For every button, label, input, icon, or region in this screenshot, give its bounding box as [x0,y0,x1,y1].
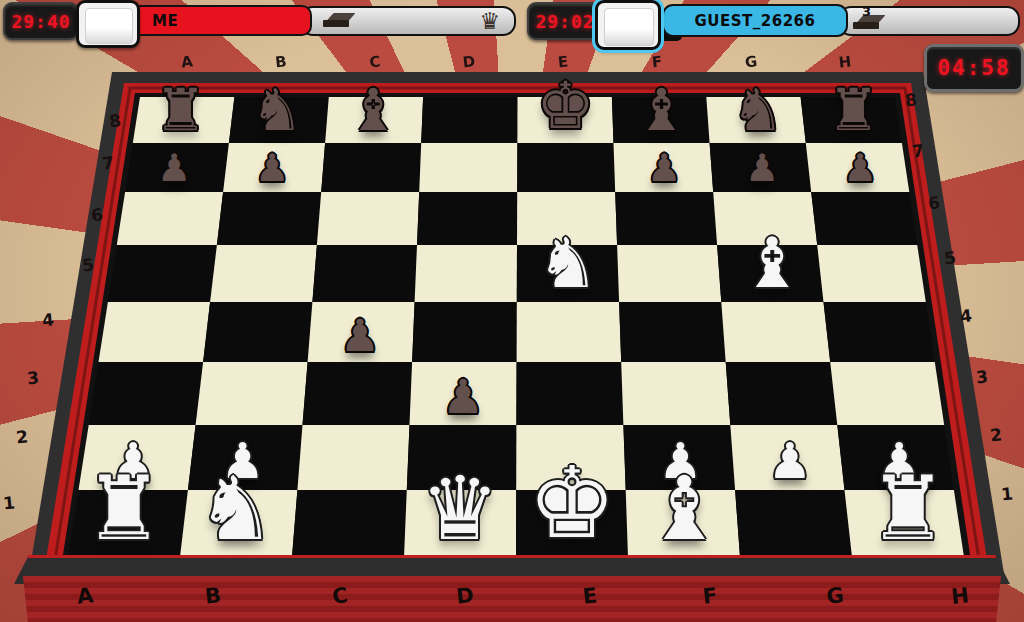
square-c2[interactable] [297,425,409,490]
piece-bP-g7[interactable]: ♟ [745,150,779,188]
file-label-bottom-c: C [331,583,349,608]
black-clock-text: 29:02 [535,11,594,32]
rank-label-right-7: 7 [911,140,925,161]
square-g1[interactable] [735,490,852,557]
rank-label-left-5: 5 [81,254,95,275]
piece-bN-b8[interactable]: ♞ [251,81,303,139]
rank-label-left-1: 1 [2,492,16,513]
square-f4[interactable] [619,302,726,362]
square-b5[interactable] [210,245,317,302]
square-h6[interactable] [811,192,917,245]
square-e4[interactable] [517,302,622,362]
square-a4[interactable] [99,302,211,362]
piece-bP-a7[interactable]: ♟ [157,150,191,188]
piece-wB-g5[interactable]: ♝ [741,228,803,298]
file-label-bottom-b: B [204,583,222,609]
move-timer-text: 04:58 [937,56,1010,80]
square-e3[interactable] [516,362,623,425]
black-player-clock: 29:02 [527,2,603,40]
piece-wN-e5[interactable]: ♞ [537,228,599,298]
piece-bR-h8[interactable]: ♜ [828,81,880,139]
square-g3[interactable] [726,362,838,425]
rank-label-right-2: 2 [989,424,1003,445]
file-label-bottom-h: H [950,583,970,609]
file-label-bottom-e: E [582,583,599,608]
square-c5[interactable] [312,245,417,302]
piece-wB-f1[interactable]: ♝ [645,465,724,553]
square-c6[interactable] [317,192,419,245]
white-player-clock: 29:40 [3,2,79,40]
black-name-bar: GUEST_26266 [662,4,848,37]
move-timer: 04:58 [924,44,1024,92]
square-d8[interactable] [421,97,517,143]
piece-wN-b1[interactable]: ♞ [197,465,276,553]
piece-bP-h7[interactable]: ♟ [843,150,877,188]
white-avatar-portrait [85,8,133,44]
square-d4[interactable] [412,302,517,362]
rank-label-right-3: 3 [975,366,989,387]
file-label-top-d: D [462,52,476,71]
captured-pawn-icon [322,12,358,30]
square-e7[interactable] [517,143,615,192]
piece-bR-a8[interactable]: ♜ [155,81,207,139]
square-h4[interactable] [824,302,935,362]
piece-wQ-d1[interactable]: ♛ [421,465,500,553]
piece-wR-a1[interactable]: ♜ [85,465,164,553]
piece-bP-c4[interactable]: ♟ [340,314,380,358]
file-label-top-f: F [651,53,663,72]
white-player-name: ME [152,12,178,30]
piece-bN-g8[interactable]: ♞ [732,81,784,139]
file-letter-band [18,576,1006,622]
rank-label-left-8: 8 [108,110,122,131]
file-label-top-b: B [274,52,287,71]
rank-label-right-4: 4 [959,305,973,326]
square-f5[interactable] [617,245,721,302]
white-player-avatar[interactable] [76,0,140,48]
square-h3[interactable] [830,362,944,425]
black-avatar-portrait [604,8,654,46]
square-a6[interactable] [117,192,223,245]
rank-label-left-3: 3 [26,367,40,388]
white-captures-tray: ♛ [300,6,516,36]
file-label-top-c: C [369,52,382,71]
file-label-top-g: G [744,52,758,71]
square-h5[interactable] [817,245,926,302]
piece-bP-b7[interactable]: ♟ [255,150,289,188]
captured-queen-icon: ♛ [479,10,500,33]
white-clock-text: 29:40 [11,11,70,32]
square-b3[interactable] [196,362,308,425]
file-label-bottom-f: F [702,583,719,608]
square-c1[interactable] [292,490,407,557]
piece-wK-e1[interactable]: ♚ [528,454,616,553]
square-d7[interactable] [419,143,517,192]
rank-label-left-7: 7 [101,152,115,173]
square-b6[interactable] [217,192,321,245]
square-a5[interactable] [108,245,217,302]
captured-pawn-count: 3 [862,4,871,19]
piece-bB-f8[interactable]: ♝ [636,81,688,139]
square-d5[interactable] [415,245,517,302]
square-f3[interactable] [621,362,730,425]
square-a3[interactable] [89,362,203,425]
rank-label-right-6: 6 [927,192,941,213]
white-name-bar: ME [136,5,312,36]
piece-wP-g2[interactable]: ♟ [768,437,812,486]
file-label-top-a: A [180,52,193,71]
piece-bP-d3[interactable]: ♟ [442,374,484,421]
rank-label-left-4: 4 [41,309,55,330]
square-b4[interactable] [203,302,312,362]
file-label-bottom-a: A [76,583,95,609]
rank-label-left-6: 6 [90,204,104,225]
rank-label-right-1: 1 [1000,483,1014,504]
piece-bP-f7[interactable]: ♟ [647,150,681,188]
square-d6[interactable] [417,192,517,245]
file-label-bottom-g: G [825,583,845,609]
rank-label-right-5: 5 [943,247,957,268]
black-player-name: GUEST_26266 [695,12,816,30]
black-captures-tray: 3 [838,6,1020,36]
rank-label-left-2: 2 [15,426,29,447]
file-label-bottom-d: D [455,583,475,609]
black-player-avatar[interactable] [595,0,661,50]
rank-label-right-8: 8 [904,89,918,110]
piece-bB-c8[interactable]: ♝ [347,81,399,139]
square-c7[interactable] [321,143,421,192]
piece-bK-e8[interactable]: ♚ [536,74,594,139]
file-label-top-h: H [838,52,852,71]
square-c3[interactable] [303,362,413,425]
square-f6[interactable] [615,192,717,245]
square-g4[interactable] [721,302,830,362]
piece-wR-h1[interactable]: ♜ [869,465,948,553]
